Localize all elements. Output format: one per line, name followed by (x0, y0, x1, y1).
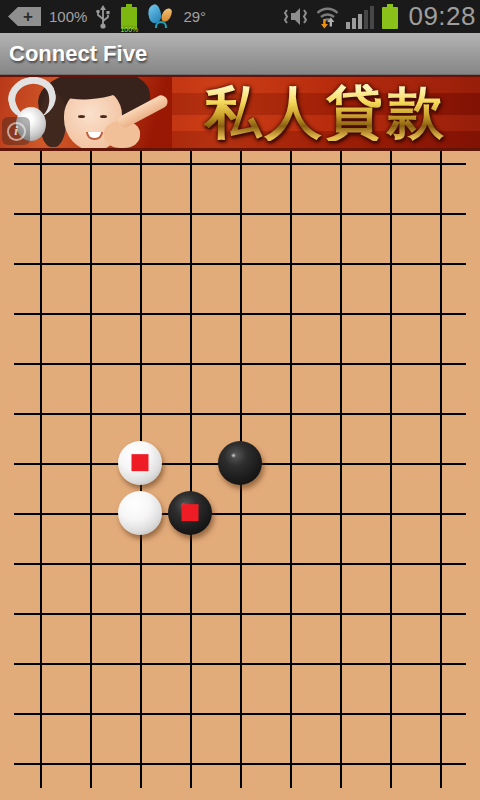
status-left-cluster: + 100% 100% (8, 0, 206, 33)
signal-bar (370, 6, 374, 29)
stone-black-marked (168, 491, 212, 535)
signal-bar (346, 22, 350, 29)
title-bar: Connect Five (0, 33, 480, 75)
grid-line-vertical (40, 151, 42, 788)
plus-glyph: + (23, 8, 33, 25)
temperature-text: 29° (183, 8, 206, 25)
woman-eye (100, 115, 107, 118)
charging-tag-icon: + (8, 7, 41, 26)
clock-text: 09:28 (408, 1, 476, 32)
stone-white (118, 491, 162, 535)
grid-line-vertical (390, 151, 392, 788)
battery-widget-icon: 100% (119, 3, 139, 31)
woman-eye (78, 115, 85, 118)
ad-banner[interactable]: 私人貸款 i (0, 75, 480, 151)
vibrate-mute-icon (282, 6, 309, 27)
last-move-marker (132, 454, 149, 471)
signal-bar (358, 14, 362, 29)
grid-line-vertical (440, 151, 442, 788)
ad-headline-text: 私人貸款 (204, 84, 448, 141)
stone-highlight (231, 453, 236, 458)
grid-line-vertical (90, 151, 92, 788)
grid-line-vertical (190, 151, 192, 788)
battery-status-body (382, 7, 398, 29)
app-screen: + 100% 100% (0, 0, 480, 800)
stone-black (218, 441, 262, 485)
app-title: Connect Five (9, 41, 147, 67)
stone-white-marked (118, 441, 162, 485)
ad-info-button[interactable]: i (2, 117, 30, 145)
board[interactable] (0, 151, 480, 800)
grid-line-vertical (340, 151, 342, 788)
ad-headline-wrap: 私人貸款 (172, 77, 480, 148)
usb-icon (95, 4, 111, 30)
signal-bar (352, 18, 356, 29)
grid-line-vertical (290, 151, 292, 788)
weather-app-icon (147, 4, 175, 30)
weather-leaf-orange (161, 7, 174, 23)
last-move-marker (182, 504, 199, 521)
battery-widget-label: 100% (120, 26, 138, 33)
battery-status-icon (380, 3, 400, 31)
battery-percent-text: 100% (49, 8, 87, 25)
signal-strength-icon (346, 5, 374, 29)
wifi-icon (315, 5, 340, 29)
status-bar[interactable]: + 100% 100% (0, 0, 480, 33)
signal-bar (364, 10, 368, 29)
info-icon: i (7, 122, 26, 141)
status-right-cluster: 09:28 (282, 0, 476, 33)
